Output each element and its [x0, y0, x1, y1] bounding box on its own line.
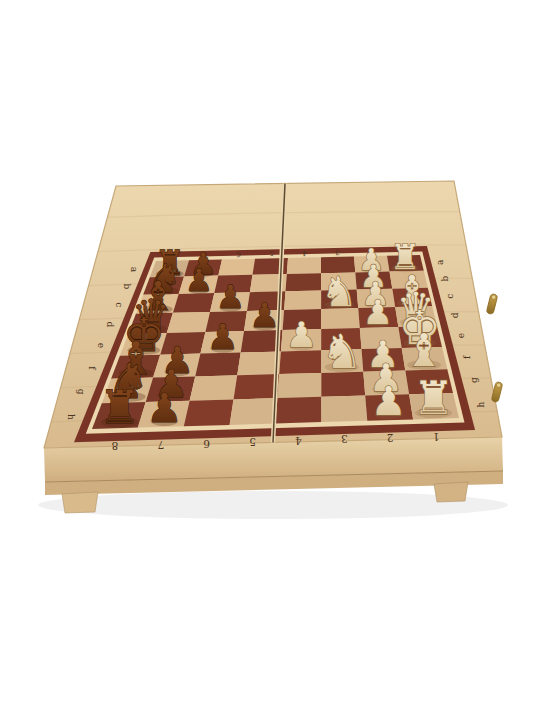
chess-set-photo: 8765432187654321abcdefghabcdefgh♜♟♟♜♞♟♟♝…: [0, 0, 540, 720]
square-b4[interactable]: [286, 273, 322, 291]
label-file-left-e: e: [96, 343, 106, 348]
square-c4[interactable]: [284, 290, 321, 310]
piece-black-pawn-h7[interactable]: ♟: [146, 385, 182, 431]
label-rank-near-6: 6: [203, 438, 210, 450]
label-file-left-b: b: [122, 284, 132, 290]
square-h3[interactable]: [321, 396, 367, 423]
label-file-right-d: d: [450, 312, 460, 318]
label-rank-near-5: 5: [249, 436, 256, 448]
piece-white-bishop-f1[interactable]: ♝: [404, 324, 445, 377]
label-file-left-a: a: [129, 267, 139, 273]
piece-black-pawn-b7[interactable]: ♟: [185, 262, 213, 298]
chess-board: 8765432187654321abcdefghabcdefgh♜♟♟♜♞♟♟♝…: [0, 0, 540, 720]
label-rank-far-6: 6: [236, 250, 241, 258]
brass-clasp-1: [486, 293, 498, 314]
piece-black-pawn-e6[interactable]: ♟: [207, 317, 238, 357]
square-h4[interactable]: [276, 397, 322, 424]
label-file-left-d: d: [105, 322, 115, 328]
label-file-right-c: c: [445, 294, 455, 299]
square-a4[interactable]: [287, 257, 321, 274]
box-foot-right: [434, 482, 468, 502]
label-rank-near-3: 3: [341, 433, 348, 445]
square-g4[interactable]: [277, 373, 321, 398]
square-a6[interactable]: [218, 259, 255, 276]
piece-black-rook-h8[interactable]: ♜: [99, 380, 140, 434]
label-rank-far-4: 4: [302, 249, 307, 257]
square-g6[interactable]: [190, 375, 238, 401]
label-file-right-a: a: [435, 259, 445, 265]
piece-white-rook-h1[interactable]: ♜: [413, 371, 454, 425]
square-h5[interactable]: [230, 398, 278, 425]
label-rank-near-7: 7: [157, 439, 164, 451]
label-file-left-h: h: [66, 414, 76, 420]
piece-black-pawn-c6[interactable]: ♟: [216, 278, 245, 316]
piece-white-knight-c3[interactable]: ♞: [321, 268, 358, 316]
label-file-right-h: h: [476, 401, 486, 407]
label-file-right-e: e: [456, 333, 466, 338]
square-g5[interactable]: [234, 374, 280, 399]
piece-white-knight-f3[interactable]: ♞: [321, 325, 363, 379]
label-file-right-g: g: [469, 377, 479, 383]
piece-black-pawn-d5[interactable]: ♟: [249, 296, 279, 335]
label-file-left-g: g: [76, 389, 86, 395]
label-rank-far-5: 5: [269, 249, 273, 257]
label-rank-near-2: 2: [387, 432, 394, 444]
label-rank-near-1: 1: [433, 431, 440, 443]
box-foot-left: [62, 492, 98, 513]
label-rank-near-8: 8: [112, 440, 119, 452]
piece-white-pawn-d2[interactable]: ♟: [363, 293, 393, 332]
piece-white-pawn-e4[interactable]: ♟: [286, 315, 317, 355]
label-rank-far-3: 3: [335, 248, 339, 256]
piece-white-pawn-h2[interactable]: ♟: [371, 378, 407, 424]
label-file-left-c: c: [114, 302, 124, 307]
label-file-right-b: b: [440, 275, 450, 281]
label-rank-near-4: 4: [295, 435, 302, 447]
square-h6[interactable]: [184, 399, 234, 426]
